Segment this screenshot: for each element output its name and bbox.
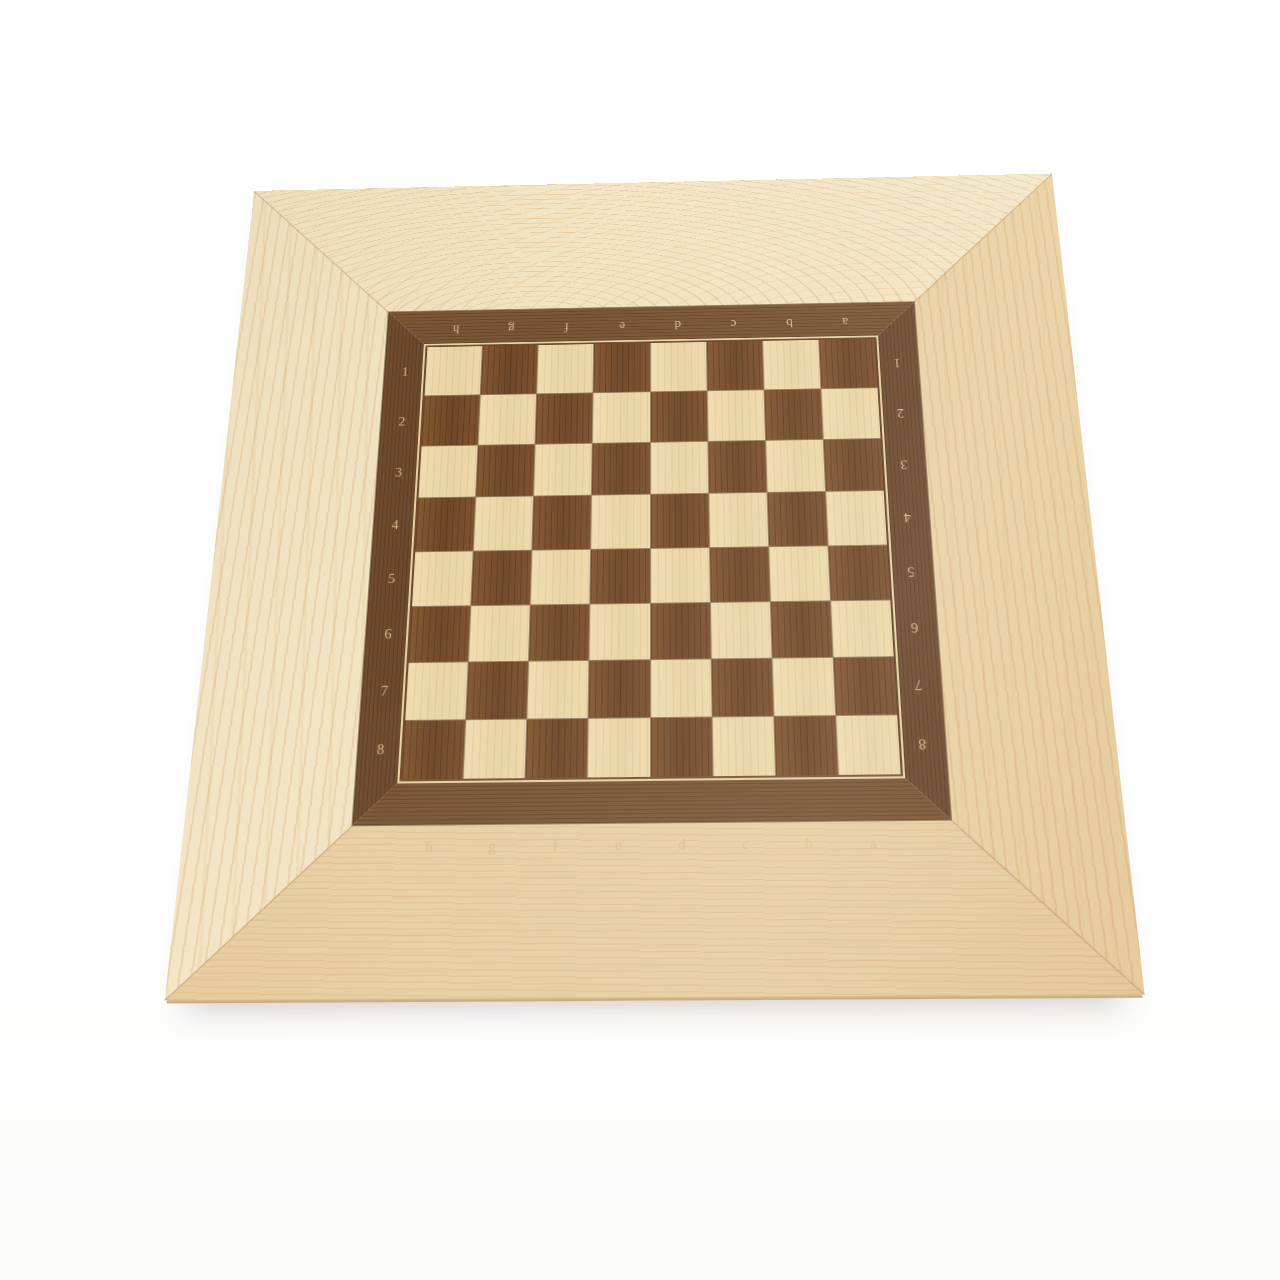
square-c6 xyxy=(710,602,771,658)
square-d8 xyxy=(651,717,713,776)
square-c1 xyxy=(707,341,764,391)
square-a2 xyxy=(821,388,880,439)
square-g2 xyxy=(479,394,537,445)
square-e4 xyxy=(591,495,649,548)
square-a1 xyxy=(819,339,877,389)
square-b7 xyxy=(772,658,835,716)
square-d5 xyxy=(650,548,709,603)
square-b6 xyxy=(771,601,833,657)
square-e3 xyxy=(592,443,649,495)
square-c4 xyxy=(709,493,768,546)
square-f5 xyxy=(531,549,590,604)
chess-board: hgfedcba hgfedcba 12345678 12345678 xyxy=(165,173,1145,1000)
square-e7 xyxy=(589,660,650,718)
square-h4 xyxy=(415,498,475,551)
square-b2 xyxy=(764,389,822,440)
square-g5 xyxy=(471,550,531,605)
square-d2 xyxy=(650,391,707,442)
square-a5 xyxy=(828,545,890,600)
square-f3 xyxy=(534,444,592,496)
square-a4 xyxy=(826,491,887,545)
page-background: hgfedcba hgfedcba 12345678 12345678 xyxy=(0,0,1280,1280)
square-d6 xyxy=(651,603,711,659)
square-a8 xyxy=(836,715,901,775)
square-a7 xyxy=(833,657,897,715)
square-h2 xyxy=(422,395,480,446)
square-e6 xyxy=(590,603,650,659)
square-b3 xyxy=(766,440,825,492)
square-g8 xyxy=(464,719,527,778)
square-f8 xyxy=(526,719,588,778)
square-d3 xyxy=(650,442,707,494)
square-f7 xyxy=(528,661,589,719)
square-b4 xyxy=(767,492,827,546)
square-g3 xyxy=(476,445,535,497)
square-b5 xyxy=(769,546,830,601)
square-h7 xyxy=(405,662,468,720)
square-c3 xyxy=(708,441,766,493)
square-d1 xyxy=(650,342,706,392)
square-e2 xyxy=(593,392,649,443)
square-c8 xyxy=(712,717,775,777)
square-g4 xyxy=(474,497,533,550)
square-e5 xyxy=(591,548,650,603)
square-d7 xyxy=(651,659,712,717)
square-a3 xyxy=(824,439,884,491)
square-h8 xyxy=(402,720,466,779)
square-e8 xyxy=(588,718,649,777)
square-e1 xyxy=(594,343,650,392)
square-g6 xyxy=(469,605,530,661)
board-squares-grid xyxy=(402,339,901,780)
square-c7 xyxy=(711,658,773,716)
square-g7 xyxy=(466,661,528,719)
square-b1 xyxy=(763,340,821,390)
square-b8 xyxy=(774,716,838,776)
square-f1 xyxy=(537,344,593,393)
square-g1 xyxy=(481,345,538,394)
square-c5 xyxy=(710,547,770,602)
square-h5 xyxy=(412,551,473,606)
square-f4 xyxy=(533,496,592,549)
square-h3 xyxy=(418,446,477,498)
square-h6 xyxy=(409,606,471,662)
square-a6 xyxy=(831,600,894,657)
square-f2 xyxy=(536,393,593,444)
square-f6 xyxy=(529,604,589,660)
square-h1 xyxy=(425,346,483,395)
square-d4 xyxy=(650,494,708,547)
square-c2 xyxy=(707,390,764,441)
